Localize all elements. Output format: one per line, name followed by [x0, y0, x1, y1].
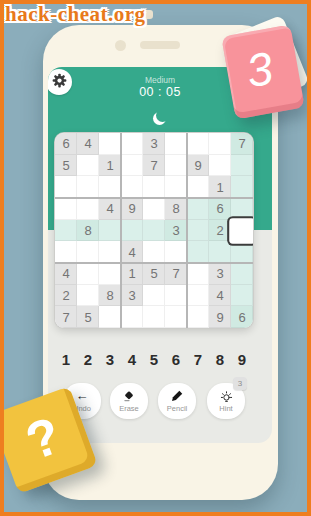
cell-r2c6[interactable] [165, 155, 187, 177]
cell-r9c8[interactable]: 9 [209, 306, 231, 328]
numpad-6[interactable]: 6 [165, 349, 187, 370]
cell-r8c8[interactable]: 4 [209, 285, 231, 307]
lightbulb-icon [219, 389, 234, 403]
numpad-1[interactable]: 1 [55, 349, 77, 370]
block-divider-horizontal [55, 197, 253, 199]
numpad-2[interactable]: 2 [77, 349, 99, 370]
pink-card-text: 3 [243, 45, 276, 95]
cell-r9c2[interactable]: 5 [77, 306, 99, 328]
cell-r6c5[interactable] [143, 241, 165, 263]
gear-icon [52, 73, 67, 92]
cell-r7c4[interactable]: 1 [121, 263, 143, 285]
cell-r3c9[interactable] [231, 176, 253, 198]
cell-r1c6[interactable] [165, 133, 187, 155]
pink-number-card: 3 [221, 25, 305, 120]
block-divider-vertical [186, 133, 188, 328]
numpad-8[interactable]: 8 [209, 349, 231, 370]
numpad-3[interactable]: 3 [99, 349, 121, 370]
cell-r2c4[interactable] [121, 155, 143, 177]
erase-button[interactable]: Erase [110, 383, 148, 419]
cell-r5c3[interactable] [99, 220, 121, 242]
cell-r6c1[interactable] [55, 241, 77, 263]
cell-r2c9[interactable] [231, 155, 253, 177]
watermark-text: hack-cheat.org [5, 2, 146, 27]
cell-r5c7[interactable] [187, 220, 209, 242]
cell-r1c5[interactable]: 3 [143, 133, 165, 155]
cell-r9c5[interactable] [143, 306, 165, 328]
cell-r6c7[interactable] [187, 241, 209, 263]
cell-r8c2[interactable] [77, 285, 99, 307]
question-mark-text: ? [19, 408, 67, 468]
cell-r4c9[interactable] [231, 198, 253, 220]
cell-r4c8[interactable]: 6 [209, 198, 231, 220]
cell-r9c6[interactable] [165, 306, 187, 328]
cell-r5c9[interactable] [229, 218, 253, 243]
cell-r9c1[interactable]: 7 [55, 306, 77, 328]
cell-r4c6[interactable]: 8 [165, 198, 187, 220]
cell-r7c2[interactable] [77, 263, 99, 285]
cell-r4c5[interactable] [143, 198, 165, 220]
undo-arrow-icon: ← [76, 389, 89, 403]
cell-r7c8[interactable]: 3 [209, 263, 231, 285]
cell-r9c9[interactable]: 6 [231, 306, 253, 328]
phone-speaker [140, 41, 180, 49]
erase-label: Erase [119, 404, 139, 413]
cell-r8c3[interactable]: 8 [99, 285, 121, 307]
cell-r7c6[interactable]: 7 [165, 263, 187, 285]
numpad-4[interactable]: 4 [121, 349, 143, 370]
cell-r7c1[interactable]: 4 [55, 263, 77, 285]
cell-r5c8[interactable]: 2 [209, 220, 231, 242]
moon-icon [156, 109, 169, 122]
cell-r2c8[interactable] [209, 155, 231, 177]
cell-r8c5[interactable] [143, 285, 165, 307]
cell-r2c1[interactable]: 5 [55, 155, 77, 177]
cell-r6c2[interactable] [77, 241, 99, 263]
cell-r1c8[interactable] [209, 133, 231, 155]
numpad-7[interactable]: 7 [187, 349, 209, 370]
pencil-button[interactable]: Pencil [158, 383, 196, 419]
cell-r1c9[interactable]: 7 [231, 133, 253, 155]
cell-r9c4[interactable] [121, 306, 143, 328]
phone-camera-icon [115, 40, 126, 51]
cell-r7c5[interactable]: 5 [143, 263, 165, 285]
cell-r6c4[interactable]: 4 [121, 241, 143, 263]
cell-r5c1[interactable] [55, 220, 77, 242]
cell-r4c7[interactable] [187, 198, 209, 220]
cell-r3c8[interactable]: 1 [209, 176, 231, 198]
cell-r6c8[interactable] [209, 241, 231, 263]
hint-count-badge: 3 [233, 377, 247, 390]
cell-r4c2[interactable] [77, 198, 99, 220]
cell-r3c7[interactable] [187, 176, 209, 198]
cell-r8c7[interactable] [187, 285, 209, 307]
cell-r1c3[interactable] [99, 133, 121, 155]
cell-r3c3[interactable] [99, 176, 121, 198]
cell-r3c2[interactable] [77, 176, 99, 198]
cell-r6c3[interactable] [99, 241, 121, 263]
cell-r6c9[interactable] [231, 241, 253, 263]
eraser-icon [122, 389, 136, 403]
cell-r5c6[interactable]: 3 [165, 220, 187, 242]
numpad-9[interactable]: 9 [231, 349, 253, 370]
cell-r1c1[interactable]: 6 [55, 133, 77, 155]
cell-r2c7[interactable]: 9 [187, 155, 209, 177]
pencil-label: Pencil [167, 404, 187, 413]
cell-r4c4[interactable]: 9 [121, 198, 143, 220]
pencil-icon [170, 389, 184, 403]
number-pad: 123456789 [55, 349, 253, 370]
cell-r8c4[interactable]: 3 [121, 285, 143, 307]
cell-r3c1[interactable] [55, 176, 77, 198]
screenshot-stage: Medium 00 : 05 [0, 0, 311, 516]
cell-r8c1[interactable]: 2 [55, 285, 77, 307]
cell-r7c9[interactable] [231, 263, 253, 285]
cell-r5c4[interactable] [121, 220, 143, 242]
sudoku-board: 643751791498683244157328347596 [55, 133, 253, 328]
cell-r3c4[interactable] [121, 176, 143, 198]
hint-label: Hint [219, 404, 232, 413]
cell-r6c6[interactable] [165, 241, 187, 263]
cell-r5c5[interactable] [143, 220, 165, 242]
cell-r3c5[interactable] [143, 176, 165, 198]
cell-r8c9[interactable] [231, 285, 253, 307]
cell-r5c2[interactable]: 8 [77, 220, 99, 242]
cell-r3c6[interactable] [165, 176, 187, 198]
cell-r7c3[interactable] [99, 263, 121, 285]
cell-r9c7[interactable] [187, 306, 209, 328]
cell-r2c2[interactable] [77, 155, 99, 177]
cell-r1c7[interactable] [187, 133, 209, 155]
cell-r9c3[interactable] [99, 306, 121, 328]
block-divider-vertical [120, 133, 122, 328]
cell-r1c2[interactable]: 4 [77, 133, 99, 155]
cell-r4c1[interactable] [55, 198, 77, 220]
cell-r8c6[interactable] [165, 285, 187, 307]
cell-r7c7[interactable] [187, 263, 209, 285]
cell-r2c3[interactable]: 1 [99, 155, 121, 177]
cell-r2c5[interactable]: 7 [143, 155, 165, 177]
numpad-5[interactable]: 5 [143, 349, 165, 370]
cell-r1c4[interactable] [121, 133, 143, 155]
block-divider-horizontal [55, 262, 253, 264]
cell-r4c3[interactable]: 4 [99, 198, 121, 220]
